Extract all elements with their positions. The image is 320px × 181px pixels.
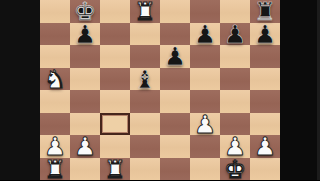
letterbox-right xyxy=(280,0,320,180)
piece-white-rook[interactable]: ♜ xyxy=(130,0,160,23)
square-c5[interactable] xyxy=(100,68,130,91)
piece-black-pawn[interactable]: ♟ xyxy=(70,22,100,46)
piece-white-rook[interactable]: ♜ xyxy=(100,157,130,181)
piece-white-pawn[interactable]: ♟ xyxy=(250,134,280,158)
square-f5[interactable] xyxy=(190,68,220,91)
piece-white-pawn[interactable]: ♟ xyxy=(190,112,220,136)
square-e4[interactable] xyxy=(160,90,190,113)
square-e3[interactable] xyxy=(160,113,190,136)
square-d3[interactable] xyxy=(130,113,160,136)
square-h4[interactable] xyxy=(250,90,280,113)
square-e1[interactable] xyxy=(160,158,190,181)
square-b5[interactable] xyxy=(70,68,100,91)
square-c4[interactable] xyxy=(100,90,130,113)
piece-black-pawn[interactable]: ♟ xyxy=(160,44,190,68)
square-d2[interactable] xyxy=(130,135,160,158)
piece-white-pawn[interactable]: ♟ xyxy=(70,134,100,158)
piece-white-rook[interactable]: ♜ xyxy=(40,157,70,181)
square-c7[interactable] xyxy=(100,23,130,46)
square-a8[interactable] xyxy=(40,0,70,23)
square-b4[interactable] xyxy=(70,90,100,113)
square-a7[interactable] xyxy=(40,23,70,46)
square-g4[interactable] xyxy=(220,90,250,113)
piece-black-pawn[interactable]: ♟ xyxy=(220,22,250,46)
square-h5[interactable] xyxy=(250,68,280,91)
square-d1[interactable] xyxy=(130,158,160,181)
square-e2[interactable] xyxy=(160,135,190,158)
square-f1[interactable] xyxy=(190,158,220,181)
chess-board[interactable]: ♚♜♜♟♟♟♟♟♞♝♟♟♟♟♟♜♜♚ xyxy=(40,0,280,180)
piece-black-pawn[interactable]: ♟ xyxy=(250,22,280,46)
square-g5[interactable] xyxy=(220,68,250,91)
piece-black-pawn[interactable]: ♟ xyxy=(190,22,220,46)
letterbox-left xyxy=(0,0,40,180)
piece-white-king[interactable]: ♚ xyxy=(220,157,250,181)
square-c8[interactable] xyxy=(100,0,130,23)
square-e8[interactable] xyxy=(160,0,190,23)
piece-black-bishop[interactable]: ♝ xyxy=(130,67,160,91)
highlighted-square-c3[interactable] xyxy=(100,113,130,136)
square-c6[interactable] xyxy=(100,45,130,68)
piece-white-knight[interactable]: ♞ xyxy=(40,67,70,91)
